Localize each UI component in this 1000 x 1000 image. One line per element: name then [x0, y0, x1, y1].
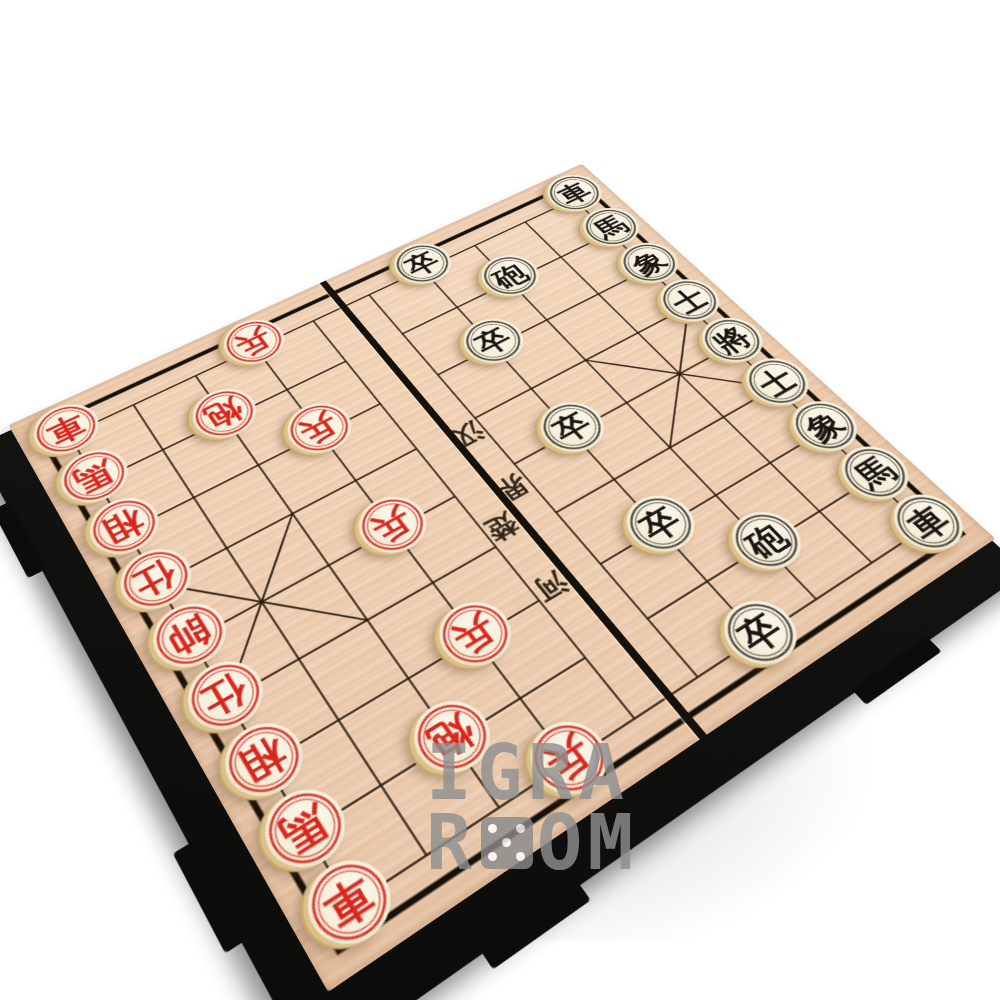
piece-character: 兵 [295, 408, 344, 447]
watermark-text: OM [537, 808, 639, 878]
piece-character: 士 [752, 363, 802, 400]
piece-character: 相 [98, 504, 149, 548]
piece-character: 炮 [200, 394, 249, 433]
piece-character: 卒 [470, 323, 518, 358]
watermark-text: R [426, 808, 477, 878]
piece-character: 兵 [231, 324, 277, 359]
piece-character: 將 [708, 322, 757, 357]
dice-icon [481, 817, 533, 869]
piece-character: 卒 [634, 501, 688, 545]
piece-character: 卒 [731, 607, 789, 657]
piece-character: 象 [799, 406, 851, 445]
piece-character: 車 [42, 409, 90, 448]
piece-character: 馬 [589, 212, 633, 242]
piece-character: 馬 [848, 452, 902, 494]
piece-character: 仕 [197, 668, 254, 722]
board-foot [851, 636, 941, 705]
piece-character: 相 [234, 731, 293, 788]
piece-character: 卒 [547, 407, 598, 446]
piece-character: 車 [553, 179, 596, 208]
watermark-line2: R OM [426, 808, 638, 878]
piece-character: 士 [666, 284, 713, 317]
piece-character: 卒 [400, 248, 445, 280]
piece-character: 兵 [366, 503, 419, 547]
piece-character: 砲 [487, 259, 533, 291]
piece-character: 車 [901, 500, 956, 544]
board-foot [0, 501, 47, 578]
piece-character: 仕 [129, 555, 182, 602]
piece-character: 砲 [739, 518, 794, 563]
piece-character: 車 [317, 869, 381, 935]
piece-character: 帥 [162, 610, 217, 660]
piece-character: 象 [626, 247, 672, 279]
piece-character: 馬 [274, 797, 336, 858]
piece-character: 馬 [69, 455, 119, 497]
piece-character: 兵 [447, 609, 504, 659]
watermark-logo: IGRA R OM [426, 738, 638, 878]
